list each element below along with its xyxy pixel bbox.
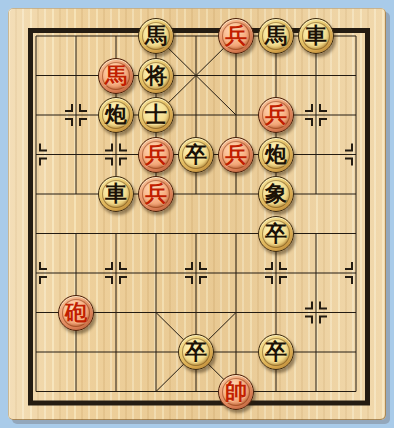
piece-red-soldier[interactable]: 兵 xyxy=(138,137,174,173)
piece-black-general[interactable]: 将 xyxy=(138,58,174,94)
piece-black-cannon[interactable]: 炮 xyxy=(98,97,134,133)
black-horse-glyph: 馬 xyxy=(145,24,167,46)
red-soldier-glyph: 兵 xyxy=(145,143,167,165)
black-general-glyph: 将 xyxy=(145,64,167,86)
piece-red-soldier[interactable]: 兵 xyxy=(218,18,254,54)
piece-black-cannon[interactable]: 炮 xyxy=(258,137,294,173)
piece-red-cannon[interactable]: 砲 xyxy=(58,295,94,331)
black-soldier-glyph: 卒 xyxy=(265,222,287,244)
black-elephant-glyph: 象 xyxy=(265,182,287,204)
piece-black-elephant[interactable]: 象 xyxy=(258,176,294,212)
piece-black-soldier[interactable]: 卒 xyxy=(258,216,294,252)
xiangqi-board[interactable]: 馬兵馬車馬将炮士兵兵卒兵炮車兵象卒砲卒卒帥 xyxy=(8,8,386,420)
piece-black-soldier[interactable]: 卒 xyxy=(258,334,294,370)
black-chariot-glyph: 車 xyxy=(305,24,327,46)
piece-black-chariot[interactable]: 車 xyxy=(98,176,134,212)
piece-red-horse[interactable]: 馬 xyxy=(98,58,134,94)
piece-black-horse[interactable]: 馬 xyxy=(258,18,294,54)
red-soldier-glyph: 兵 xyxy=(145,182,167,204)
piece-black-soldier[interactable]: 卒 xyxy=(178,137,214,173)
piece-red-soldier[interactable]: 兵 xyxy=(258,97,294,133)
red-soldier-glyph: 兵 xyxy=(225,143,247,165)
black-horse-glyph: 馬 xyxy=(265,24,287,46)
piece-red-soldier[interactable]: 兵 xyxy=(218,137,254,173)
red-general-glyph: 帥 xyxy=(225,380,247,402)
piece-red-general[interactable]: 帥 xyxy=(218,374,254,410)
red-soldier-glyph: 兵 xyxy=(265,103,287,125)
black-advisor-glyph: 士 xyxy=(145,103,167,125)
black-soldier-glyph: 卒 xyxy=(185,143,207,165)
red-soldier-glyph: 兵 xyxy=(225,24,247,46)
app-background: 馬兵馬車馬将炮士兵兵卒兵炮車兵象卒砲卒卒帥 xyxy=(0,0,394,428)
red-horse-glyph: 馬 xyxy=(105,64,127,86)
red-cannon-glyph: 砲 xyxy=(65,301,87,323)
black-cannon-glyph: 炮 xyxy=(265,143,287,165)
black-cannon-glyph: 炮 xyxy=(105,103,127,125)
black-soldier-glyph: 卒 xyxy=(265,340,287,362)
black-chariot-glyph: 車 xyxy=(105,182,127,204)
black-soldier-glyph: 卒 xyxy=(185,340,207,362)
piece-black-chariot[interactable]: 車 xyxy=(298,18,334,54)
piece-red-soldier[interactable]: 兵 xyxy=(138,176,174,212)
piece-black-advisor[interactable]: 士 xyxy=(138,97,174,133)
piece-black-soldier[interactable]: 卒 xyxy=(178,334,214,370)
piece-black-horse[interactable]: 馬 xyxy=(138,18,174,54)
